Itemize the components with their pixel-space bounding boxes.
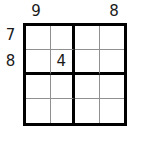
cell-r3c2[interactable] [51,75,76,99]
cell-r2c2[interactable]: 4 [51,50,76,74]
cell-r3c1[interactable] [26,75,51,99]
cell-r1c1[interactable] [26,26,51,50]
cell-r1c2[interactable] [51,26,76,50]
cell-r4c1[interactable] [26,99,51,123]
cell-r3c3[interactable] [75,75,100,99]
cell-r3c4[interactable] [100,75,125,99]
puzzle-screenshot: 9 8 7 8 4 [0,0,150,150]
cell-r4c3[interactable] [75,99,100,123]
left-clue-row1: 7 [6,28,16,43]
cell-r2c3[interactable] [75,50,100,74]
cell-r4c4[interactable] [100,99,125,123]
sudoku-board: 4 [23,23,127,126]
cell-r1c4[interactable] [100,26,125,50]
cell-r1c3[interactable] [75,26,100,50]
left-clue-row2: 8 [6,54,16,69]
cell-r4c2[interactable] [51,99,76,123]
top-clues-row: 9 8 [23,0,127,22]
top-clue-col1: 9 [23,4,49,19]
cell-r2c4[interactable] [100,50,125,74]
top-clue-col4: 8 [101,4,127,19]
left-clues-column: 7 8 [0,23,21,125]
cell-r2c1[interactable] [26,50,51,74]
